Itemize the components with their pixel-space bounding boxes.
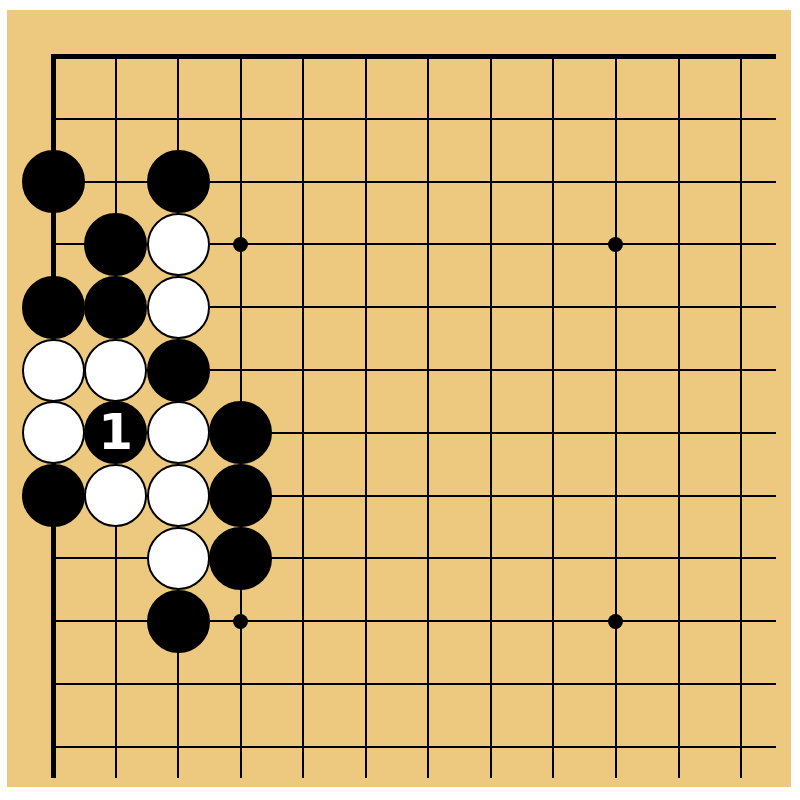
grid-line-v	[365, 54, 367, 779]
go-diagram: 1	[0, 0, 800, 800]
white-stone	[22, 339, 85, 402]
black-stone	[84, 213, 147, 276]
grid-line-v	[615, 54, 617, 779]
white-stone	[22, 401, 85, 464]
white-stone	[147, 527, 210, 590]
grid-line-h	[51, 683, 777, 685]
white-stone	[147, 213, 210, 276]
white-stone	[147, 276, 210, 339]
black-stone-move-1: 1	[84, 401, 147, 464]
black-stone	[147, 339, 210, 402]
star-point	[608, 237, 623, 252]
star-point	[233, 237, 248, 252]
white-stone	[147, 401, 210, 464]
white-stone	[147, 464, 210, 527]
black-stone	[84, 276, 147, 339]
black-stone	[209, 527, 272, 590]
black-stone	[22, 150, 85, 213]
grid-line-v	[490, 54, 492, 779]
move-number-label: 1	[98, 407, 133, 457]
grid-line-h	[51, 118, 777, 120]
white-stone	[84, 339, 147, 402]
go-board: 1	[7, 10, 791, 787]
black-stone	[147, 150, 210, 213]
star-point	[608, 614, 623, 629]
grid-line-v	[427, 54, 429, 779]
black-stone	[209, 401, 272, 464]
black-stone	[22, 464, 85, 527]
black-stone	[22, 276, 85, 339]
grid-line-v	[678, 54, 680, 779]
black-stone	[209, 464, 272, 527]
grid-line-v	[302, 54, 304, 779]
white-stone	[84, 464, 147, 527]
grid-line-h	[51, 54, 777, 59]
black-stone	[147, 590, 210, 653]
grid-line-v	[552, 54, 554, 779]
star-point	[233, 614, 248, 629]
grid-line-h	[51, 746, 777, 748]
grid-line-v	[740, 54, 742, 779]
